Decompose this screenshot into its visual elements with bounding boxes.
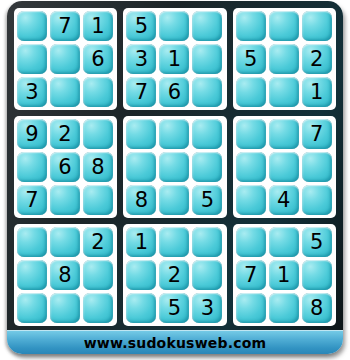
sudoku-cell[interactable] <box>302 11 332 41</box>
sudoku-block: 7163 <box>14 8 117 110</box>
sudoku-cell[interactable] <box>50 185 80 215</box>
sudoku-cell: 1 <box>159 44 189 74</box>
sudoku-cell[interactable] <box>269 293 299 323</box>
sudoku-cell: 5 <box>192 185 222 215</box>
sudoku-cell: 5 <box>302 227 332 257</box>
sudoku-cell: 7 <box>126 77 156 107</box>
sudoku-cell[interactable] <box>83 185 113 215</box>
sudoku-cell: 3 <box>192 293 222 323</box>
sudoku-cell: 1 <box>269 260 299 290</box>
sudoku-cell[interactable] <box>236 77 266 107</box>
sudoku-cell[interactable] <box>126 260 156 290</box>
page: 7163531765219268785742812535718 www.sudo… <box>0 0 350 360</box>
sudoku-cell[interactable] <box>83 260 113 290</box>
sudoku-cell[interactable] <box>159 227 189 257</box>
sudoku-cell[interactable] <box>50 293 80 323</box>
sudoku-cell[interactable] <box>236 185 266 215</box>
sudoku-cell[interactable] <box>17 227 47 257</box>
sudoku-cell: 1 <box>302 77 332 107</box>
sudoku-cell[interactable] <box>83 77 113 107</box>
sudoku-cell[interactable] <box>269 227 299 257</box>
sudoku-block: 85 <box>123 116 226 218</box>
sudoku-cell[interactable] <box>159 119 189 149</box>
sudoku-cell[interactable] <box>302 152 332 182</box>
sudoku-cell[interactable] <box>236 227 266 257</box>
sudoku-card: 7163531765219268785742812535718 www.sudo… <box>7 1 343 354</box>
sudoku-cell: 8 <box>302 293 332 323</box>
sudoku-cell[interactable] <box>269 44 299 74</box>
sudoku-cell: 3 <box>17 77 47 107</box>
sudoku-cell[interactable] <box>159 185 189 215</box>
sudoku-cell[interactable] <box>269 152 299 182</box>
sudoku-cell[interactable] <box>83 293 113 323</box>
sudoku-block: 74 <box>233 116 336 218</box>
sudoku-cell: 7 <box>236 260 266 290</box>
sudoku-cell[interactable] <box>83 119 113 149</box>
sudoku-cell: 8 <box>126 185 156 215</box>
sudoku-cell[interactable] <box>17 44 47 74</box>
sudoku-cell[interactable] <box>17 11 47 41</box>
sudoku-cell[interactable] <box>50 77 80 107</box>
sudoku-cell: 9 <box>17 119 47 149</box>
sudoku-cell[interactable] <box>302 260 332 290</box>
sudoku-cell: 2 <box>159 260 189 290</box>
footer-band: www.sudokusweb.com <box>7 330 343 354</box>
sudoku-block: 5718 <box>233 224 336 326</box>
sudoku-cell: 3 <box>126 44 156 74</box>
sudoku-cell[interactable] <box>192 44 222 74</box>
sudoku-cell[interactable] <box>50 44 80 74</box>
sudoku-cell: 6 <box>50 152 80 182</box>
sudoku-cell[interactable] <box>192 77 222 107</box>
sudoku-cell[interactable] <box>269 119 299 149</box>
sudoku-cell: 5 <box>159 293 189 323</box>
sudoku-cell[interactable] <box>126 293 156 323</box>
sudoku-block: 1253 <box>123 224 226 326</box>
sudoku-cell: 1 <box>126 227 156 257</box>
sudoku-cell: 6 <box>159 77 189 107</box>
sudoku-cell: 5 <box>236 44 266 74</box>
sudoku-cell: 4 <box>269 185 299 215</box>
sudoku-cell[interactable] <box>17 152 47 182</box>
sudoku-block: 53176 <box>123 8 226 110</box>
sudoku-cell[interactable] <box>192 152 222 182</box>
sudoku-cell[interactable] <box>126 152 156 182</box>
sudoku-cell: 2 <box>83 227 113 257</box>
sudoku-cell: 8 <box>50 260 80 290</box>
sudoku-block: 521 <box>233 8 336 110</box>
sudoku-cell[interactable] <box>236 152 266 182</box>
sudoku-cell[interactable] <box>192 260 222 290</box>
sudoku-board: 7163531765219268785742812535718 <box>7 1 343 330</box>
sudoku-cell[interactable] <box>17 293 47 323</box>
sudoku-cell[interactable] <box>50 227 80 257</box>
sudoku-cell: 7 <box>302 119 332 149</box>
sudoku-cell[interactable] <box>126 119 156 149</box>
sudoku-cell: 1 <box>83 11 113 41</box>
sudoku-cell: 6 <box>83 44 113 74</box>
sudoku-cell[interactable] <box>192 227 222 257</box>
sudoku-cell[interactable] <box>192 119 222 149</box>
sudoku-cell: 8 <box>83 152 113 182</box>
sudoku-cell[interactable] <box>192 11 222 41</box>
sudoku-cell[interactable] <box>159 152 189 182</box>
sudoku-block: 28 <box>14 224 117 326</box>
sudoku-cell[interactable] <box>236 11 266 41</box>
sudoku-cell[interactable] <box>302 185 332 215</box>
sudoku-cell: 7 <box>17 185 47 215</box>
sudoku-cell: 7 <box>50 11 80 41</box>
sudoku-cell[interactable] <box>269 77 299 107</box>
sudoku-cell[interactable] <box>269 11 299 41</box>
sudoku-cell: 2 <box>50 119 80 149</box>
sudoku-block: 92687 <box>14 116 117 218</box>
sudoku-cell: 2 <box>302 44 332 74</box>
sudoku-cell: 5 <box>126 11 156 41</box>
sudoku-cell[interactable] <box>236 119 266 149</box>
sudoku-cell[interactable] <box>236 293 266 323</box>
sudoku-cell[interactable] <box>159 11 189 41</box>
site-url[interactable]: www.sudokusweb.com <box>84 335 267 351</box>
sudoku-cell[interactable] <box>17 260 47 290</box>
